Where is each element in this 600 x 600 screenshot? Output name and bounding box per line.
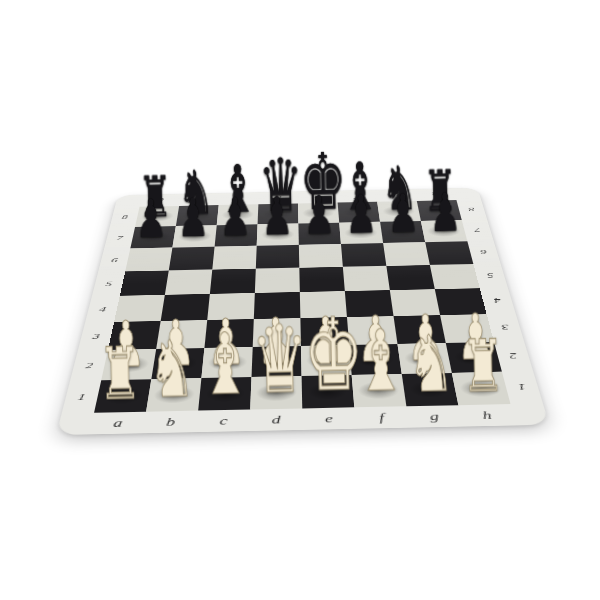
square-g5[interactable] — [386, 265, 434, 290]
square-f6[interactable] — [341, 243, 386, 267]
rank-label-5: 5 — [473, 263, 507, 288]
piece-white-bishop[interactable]: ♝ — [355, 319, 403, 404]
square-d1[interactable]: ♛ — [250, 376, 302, 409]
square-a5[interactable] — [120, 270, 169, 295]
file-label-f: f — [354, 406, 409, 429]
board-perspective-wrapper: ♜♞♝♛♚♝♞♜♟♟♟♟♟♟♟♟♟♟♟♟♟♟♟♟♜♞♝♛♚♝♞♜ abcdefg… — [56, 188, 549, 435]
file-label-e: e — [302, 407, 356, 430]
piece-white-knight[interactable]: ♞ — [148, 330, 196, 409]
square-b6[interactable] — [169, 247, 215, 271]
piece-white-queen[interactable]: ♛ — [251, 312, 300, 406]
square-e1[interactable]: ♚ — [302, 375, 355, 408]
piece-white-knight[interactable]: ♞ — [407, 324, 455, 403]
rank-label-6: 6 — [467, 241, 500, 264]
square-c7[interactable]: ♟ — [215, 224, 258, 246]
square-b1[interactable]: ♞ — [146, 378, 201, 412]
square-f7[interactable]: ♟ — [339, 222, 383, 244]
file-label-b: b — [179, 193, 220, 206]
file-label-e: e — [298, 191, 338, 204]
file-label-g: g — [406, 405, 462, 428]
square-d6[interactable] — [256, 245, 300, 269]
piece-white-bishop[interactable]: ♝ — [199, 322, 247, 407]
file-label-h: h — [414, 188, 456, 201]
file-label-h: h — [458, 404, 516, 426]
square-h7[interactable]: ♟ — [421, 220, 467, 242]
square-g7[interactable]: ♟ — [380, 221, 425, 243]
chess-mat: ♜♞♝♛♚♝♞♜♟♟♟♟♟♟♟♟♟♟♟♟♟♟♟♟♜♞♝♛♚♝♞♜ abcdefg… — [56, 188, 549, 435]
scene: ♜♞♝♛♚♝♞♜♟♟♟♟♟♟♟♟♟♟♟♟♟♟♟♟♜♞♝♛♚♝♞♜ abcdefg… — [0, 0, 600, 600]
square-h1[interactable]: ♜ — [452, 372, 511, 405]
rank-label-7: 7 — [462, 220, 494, 242]
file-label-a: a — [89, 412, 146, 435]
square-e6[interactable] — [299, 244, 343, 268]
square-b7[interactable]: ♟ — [172, 225, 216, 247]
square-c6[interactable] — [212, 246, 256, 270]
square-e5[interactable] — [299, 267, 344, 292]
file-label-d: d — [258, 191, 298, 204]
file-label-b: b — [143, 411, 199, 434]
file-label-g: g — [376, 189, 417, 202]
file-label-d: d — [249, 408, 302, 431]
piece-white-rook[interactable]: ♜ — [96, 337, 144, 410]
square-d7[interactable]: ♟ — [257, 223, 299, 245]
rank-label-5: 5 — [92, 271, 125, 296]
piece-white-rook[interactable]: ♜ — [459, 329, 507, 402]
board-rotation-wrapper: ♜♞♝♛♚♝♞♜♟♟♟♟♟♟♟♟♟♟♟♟♟♟♟♟♜♞♝♛♚♝♞♜ abcdefg… — [0, 0, 600, 600]
square-h6[interactable] — [425, 241, 473, 265]
piece-white-king[interactable]: ♚ — [303, 304, 352, 405]
file-label-c: c — [219, 192, 259, 205]
square-d5[interactable] — [255, 268, 300, 293]
rank-label-6: 6 — [98, 248, 130, 271]
square-e7[interactable]: ♟ — [298, 223, 341, 245]
file-label-a: a — [140, 194, 182, 207]
file-label-f: f — [337, 190, 378, 203]
square-f5[interactable] — [343, 266, 390, 291]
square-g1[interactable]: ♞ — [402, 373, 459, 406]
square-g6[interactable] — [383, 242, 430, 266]
square-b5[interactable] — [165, 269, 212, 294]
square-f1[interactable]: ♝ — [352, 374, 407, 407]
square-c1[interactable]: ♝ — [198, 377, 251, 411]
square-a7[interactable]: ♟ — [130, 226, 176, 248]
file-label-c: c — [196, 410, 250, 433]
square-a6[interactable] — [125, 248, 172, 272]
chess-board: ♜♞♝♛♚♝♞♜♟♟♟♟♟♟♟♟♟♟♟♟♟♟♟♟♜♞♝♛♚♝♞♜ — [94, 200, 510, 413]
square-a1[interactable]: ♜ — [94, 379, 151, 413]
square-c5[interactable] — [210, 269, 256, 294]
rank-label-8: 8 — [456, 200, 487, 221]
square-h5[interactable] — [430, 264, 480, 289]
